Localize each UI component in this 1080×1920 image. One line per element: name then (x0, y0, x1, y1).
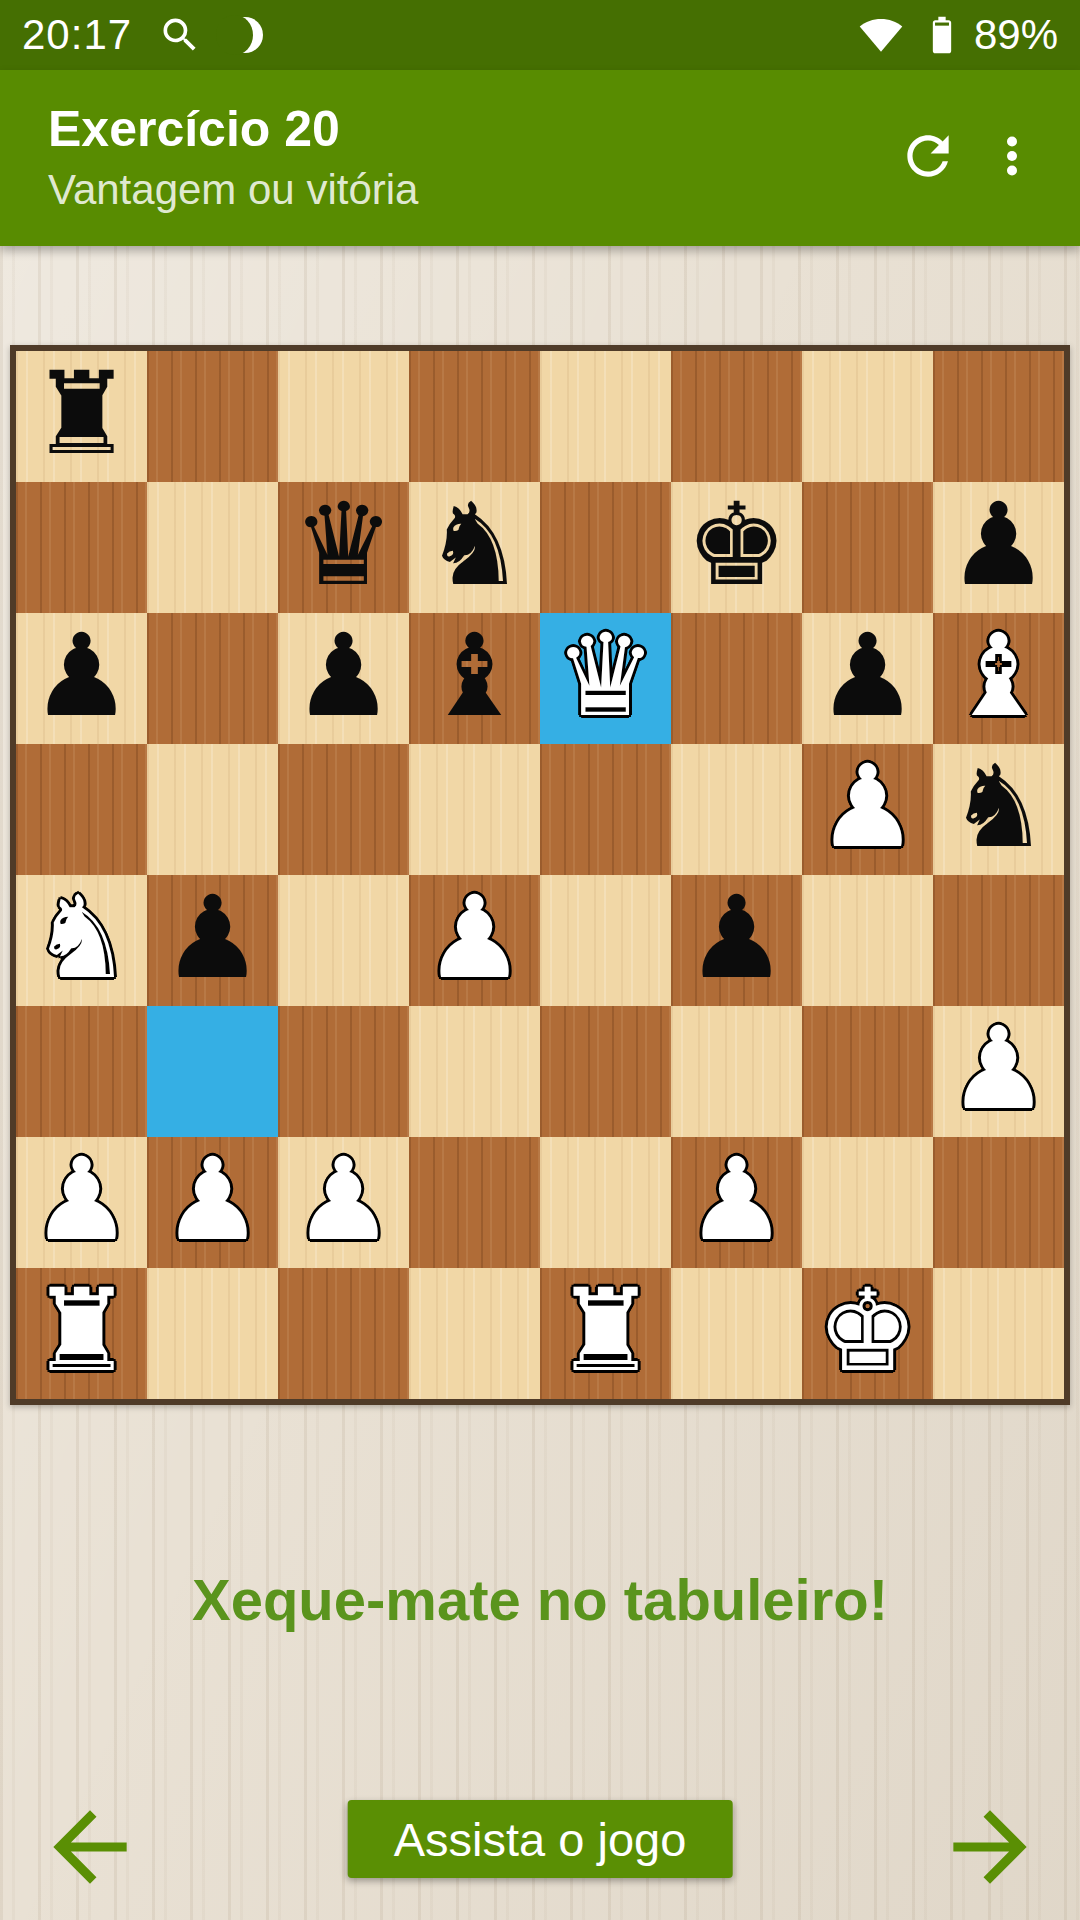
square-g2[interactable] (802, 1137, 933, 1268)
square-c8[interactable] (278, 351, 409, 482)
square-a7[interactable] (16, 482, 147, 613)
app-bar: Exercício 20 Vantagem ou vitória (0, 70, 1080, 246)
piece-black-pawn: ♟ (292, 619, 394, 733)
square-d1[interactable] (409, 1268, 540, 1399)
square-g1[interactable]: ♚ (802, 1268, 933, 1399)
arrow-left-icon (35, 1792, 145, 1906)
square-f2[interactable]: ♟ (671, 1137, 802, 1268)
overflow-menu-button[interactable] (970, 103, 1054, 213)
piece-black-pawn: ♟ (947, 488, 1049, 602)
piece-white-pawn: ♟ (161, 1143, 263, 1257)
piece-black-knight: ♞ (423, 488, 525, 602)
piece-black-pawn: ♟ (30, 619, 132, 733)
square-e2[interactable] (540, 1137, 671, 1268)
square-a2[interactable]: ♟ (16, 1137, 147, 1268)
square-b3[interactable] (147, 1006, 278, 1137)
page-title: Exercício 20 (48, 101, 886, 159)
refresh-icon (897, 125, 959, 191)
square-b1[interactable] (147, 1268, 278, 1399)
square-a8[interactable]: ♜ (16, 351, 147, 482)
square-b8[interactable] (147, 351, 278, 482)
status-bar-right: 89% (858, 11, 1058, 59)
square-c4[interactable] (278, 875, 409, 1006)
square-g8[interactable] (802, 351, 933, 482)
page-subtitle: Vantagem ou vitória (48, 165, 886, 215)
square-h2[interactable] (933, 1137, 1064, 1268)
chess-board: ♜♛♞♚♟♟♟♝♛♟♝♟♞♞♟♟♟♟♟♟♟♟♜♜♚ (10, 345, 1070, 1405)
square-c5[interactable] (278, 744, 409, 875)
status-bar: 20:17 89% (0, 0, 1080, 70)
square-d2[interactable] (409, 1137, 540, 1268)
piece-white-pawn: ♟ (292, 1143, 394, 1257)
square-a5[interactable] (16, 744, 147, 875)
piece-white-bishop: ♝ (947, 619, 1049, 733)
search-icon (158, 13, 202, 57)
square-b2[interactable]: ♟ (147, 1137, 278, 1268)
arrow-right-icon (935, 1792, 1045, 1906)
square-f3[interactable] (671, 1006, 802, 1137)
kebab-menu-icon (987, 126, 1037, 190)
moon-icon (224, 15, 264, 55)
square-d7[interactable]: ♞ (409, 482, 540, 613)
square-b6[interactable] (147, 613, 278, 744)
piece-black-pawn: ♟ (161, 881, 263, 995)
piece-white-pawn: ♟ (423, 881, 525, 995)
board-grid: ♜♛♞♚♟♟♟♝♛♟♝♟♞♞♟♟♟♟♟♟♟♟♜♜♚ (16, 351, 1064, 1399)
piece-white-queen: ♛ (554, 619, 656, 733)
square-e4[interactable] (540, 875, 671, 1006)
square-h3[interactable]: ♟ (933, 1006, 1064, 1137)
piece-black-pawn: ♟ (685, 881, 787, 995)
piece-white-knight: ♞ (30, 881, 132, 995)
square-d5[interactable] (409, 744, 540, 875)
piece-white-rook: ♜ (554, 1274, 656, 1388)
square-b5[interactable] (147, 744, 278, 875)
square-g7[interactable] (802, 482, 933, 613)
square-c1[interactable] (278, 1268, 409, 1399)
square-b4[interactable]: ♟ (147, 875, 278, 1006)
square-d8[interactable] (409, 351, 540, 482)
square-a3[interactable] (16, 1006, 147, 1137)
piece-white-pawn: ♟ (685, 1143, 787, 1257)
square-h5[interactable]: ♞ (933, 744, 1064, 875)
square-g3[interactable] (802, 1006, 933, 1137)
square-f7[interactable]: ♚ (671, 482, 802, 613)
square-e6[interactable]: ♛ (540, 613, 671, 744)
square-g4[interactable] (802, 875, 933, 1006)
clock: 20:17 (22, 11, 132, 59)
square-g6[interactable]: ♟ (802, 613, 933, 744)
refresh-button[interactable] (886, 103, 970, 213)
square-e7[interactable] (540, 482, 671, 613)
square-d6[interactable]: ♝ (409, 613, 540, 744)
square-h6[interactable]: ♝ (933, 613, 1064, 744)
square-c7[interactable]: ♛ (278, 482, 409, 613)
square-e3[interactable] (540, 1006, 671, 1137)
square-d4[interactable]: ♟ (409, 875, 540, 1006)
chess-app-screen: 20:17 89% Exercício 20 Vantagem ou vitór… (0, 0, 1080, 1920)
app-bar-titles: Exercício 20 Vantagem ou vitória (48, 101, 886, 215)
square-c6[interactable]: ♟ (278, 613, 409, 744)
square-h1[interactable] (933, 1268, 1064, 1399)
square-a6[interactable]: ♟ (16, 613, 147, 744)
square-a1[interactable]: ♜ (16, 1268, 147, 1399)
piece-black-king: ♚ (685, 488, 787, 602)
square-c2[interactable]: ♟ (278, 1137, 409, 1268)
piece-white-pawn: ♟ (816, 750, 918, 864)
square-h4[interactable] (933, 875, 1064, 1006)
square-h7[interactable]: ♟ (933, 482, 1064, 613)
square-e8[interactable] (540, 351, 671, 482)
checkmate-message: Xeque-mate no tabuleiro! (0, 1566, 1080, 1633)
battery-percent-label: 89% (974, 11, 1058, 59)
square-f8[interactable] (671, 351, 802, 482)
square-f5[interactable] (671, 744, 802, 875)
watch-game-button[interactable]: Assista o jogo (348, 1800, 733, 1878)
piece-black-knight: ♞ (947, 750, 1049, 864)
square-c3[interactable] (278, 1006, 409, 1137)
square-f4[interactable]: ♟ (671, 875, 802, 1006)
piece-white-pawn: ♟ (30, 1143, 132, 1257)
battery-icon (920, 13, 964, 57)
piece-black-rook: ♜ (30, 357, 132, 471)
square-e5[interactable] (540, 744, 671, 875)
next-exercise-button[interactable] (934, 1793, 1046, 1905)
square-b7[interactable] (147, 482, 278, 613)
square-f1[interactable] (671, 1268, 802, 1399)
piece-white-pawn: ♟ (947, 1012, 1049, 1126)
piece-white-king: ♚ (816, 1274, 918, 1388)
square-h8[interactable] (933, 351, 1064, 482)
wifi-icon (858, 12, 904, 58)
square-d3[interactable] (409, 1006, 540, 1137)
piece-white-rook: ♜ (30, 1274, 132, 1388)
piece-black-pawn: ♟ (816, 619, 918, 733)
square-g5[interactable]: ♟ (802, 744, 933, 875)
piece-black-queen: ♛ (292, 488, 394, 602)
piece-black-bishop: ♝ (423, 619, 525, 733)
previous-exercise-button[interactable] (34, 1793, 146, 1905)
square-e1[interactable]: ♜ (540, 1268, 671, 1399)
square-a4[interactable]: ♞ (16, 875, 147, 1006)
square-f6[interactable] (671, 613, 802, 744)
